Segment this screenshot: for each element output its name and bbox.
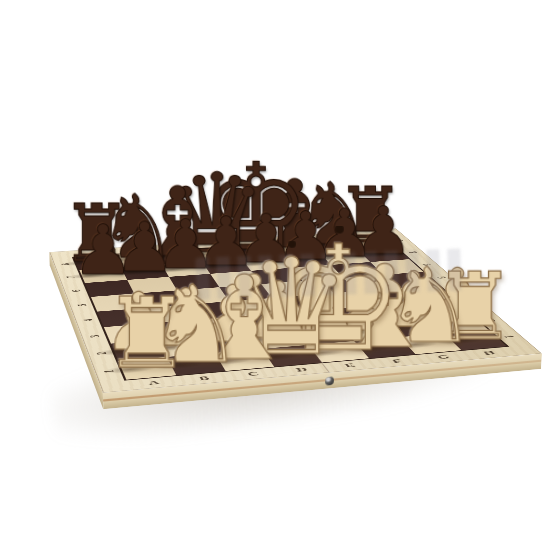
scene: ABCDEFGH1122334455667788 ♜♞♝♛♚♝♞♜♟♟♟♟♟♟♟…	[72, 98, 472, 498]
chess-board: ABCDEFGH1122334455667788 ♜♞♝♛♚♝♞♜♟♟♟♟♟♟♟…	[49, 228, 542, 392]
dark-finial-icon	[288, 240, 296, 248]
product-photo: ABCDEFGH1122334455667788 ♜♞♝♛♚♝♞♜♟♟♟♟♟♟♟…	[0, 0, 560, 560]
white-rook-glyph: ♜	[68, 284, 227, 382]
clasp-icon	[325, 376, 334, 385]
rank-label-left-8: 8	[58, 261, 73, 268]
rank-label-left-7: 7	[63, 274, 79, 281]
